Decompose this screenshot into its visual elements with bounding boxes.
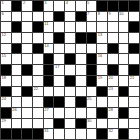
- white-cell[interactable]: [44, 33, 54, 43]
- white-cell[interactable]: 6: [1, 12, 11, 22]
- white-cell[interactable]: 20: [108, 76, 118, 86]
- white-cell[interactable]: [108, 33, 118, 43]
- white-cell[interactable]: [76, 54, 86, 64]
- black-cell: [33, 129, 43, 139]
- white-cell[interactable]: 1: [1, 1, 11, 11]
- white-cell[interactable]: [119, 54, 129, 64]
- white-cell[interactable]: [22, 119, 32, 129]
- clue-number: 14: [44, 44, 48, 48]
- clue-number: 12: [2, 33, 6, 37]
- white-cell[interactable]: [108, 119, 118, 129]
- clue-number: 30: [87, 119, 91, 123]
- clue-number: 19: [98, 76, 102, 80]
- white-cell[interactable]: [44, 87, 54, 97]
- black-cell: [129, 65, 139, 75]
- white-cell[interactable]: [119, 119, 129, 129]
- white-cell[interactable]: [33, 76, 43, 86]
- clue-number: 31: [44, 129, 48, 133]
- clue-number: 22: [34, 87, 38, 91]
- white-cell[interactable]: [12, 87, 22, 97]
- clue-number: 10: [119, 12, 123, 16]
- clue-number: 2: [23, 1, 25, 5]
- black-cell: [97, 87, 107, 97]
- white-cell[interactable]: [119, 76, 129, 86]
- black-cell: [76, 33, 86, 43]
- black-cell: [54, 33, 64, 43]
- white-cell[interactable]: 24: [1, 97, 11, 107]
- black-cell: [1, 87, 11, 97]
- white-cell[interactable]: [54, 22, 64, 32]
- crossword-grid: 1234567891011121314151617181920212223242…: [0, 0, 140, 140]
- white-cell[interactable]: [12, 97, 22, 107]
- white-cell[interactable]: 32: [108, 129, 118, 139]
- white-cell[interactable]: [97, 119, 107, 129]
- white-cell[interactable]: [119, 44, 129, 54]
- white-cell[interactable]: [54, 76, 64, 86]
- white-cell[interactable]: 23: [108, 87, 118, 97]
- clue-number: 18: [2, 76, 6, 80]
- black-cell: [54, 119, 64, 129]
- black-cell: [97, 129, 107, 139]
- white-cell[interactable]: 2: [22, 1, 32, 11]
- white-cell[interactable]: [76, 1, 86, 11]
- white-cell[interactable]: 7: [87, 12, 97, 22]
- white-cell[interactable]: [22, 108, 32, 118]
- white-cell[interactable]: [129, 33, 139, 43]
- white-cell[interactable]: [65, 129, 75, 139]
- black-cell: [44, 54, 54, 64]
- white-cell[interactable]: 10: [119, 12, 129, 22]
- white-cell[interactable]: 21: [129, 76, 139, 86]
- clue-number: 7: [87, 12, 89, 16]
- black-cell: [119, 129, 129, 139]
- white-cell[interactable]: [76, 76, 86, 86]
- white-cell[interactable]: [33, 65, 43, 75]
- white-cell[interactable]: 27: [44, 108, 54, 118]
- white-cell[interactable]: [22, 54, 32, 64]
- white-cell[interactable]: [54, 129, 64, 139]
- white-cell[interactable]: [12, 33, 22, 43]
- black-cell: [44, 97, 54, 107]
- white-cell[interactable]: [33, 12, 43, 22]
- black-cell: [87, 33, 97, 43]
- white-cell[interactable]: [129, 129, 139, 139]
- white-cell[interactable]: [12, 65, 22, 75]
- black-cell: [87, 76, 97, 86]
- clue-number: 1: [2, 1, 4, 5]
- white-cell[interactable]: [97, 22, 107, 32]
- white-cell[interactable]: [33, 97, 43, 107]
- black-cell: [119, 1, 129, 11]
- black-cell: [65, 76, 75, 86]
- black-cell: [76, 12, 86, 22]
- white-cell[interactable]: [33, 54, 43, 64]
- white-cell[interactable]: [44, 119, 54, 129]
- black-cell: [119, 108, 129, 118]
- white-cell[interactable]: [129, 54, 139, 64]
- clue-number: 4: [66, 1, 68, 5]
- black-cell: [76, 97, 86, 107]
- white-cell[interactable]: [12, 12, 22, 22]
- white-cell[interactable]: [54, 1, 64, 11]
- black-cell: [12, 1, 22, 11]
- white-cell[interactable]: [119, 33, 129, 43]
- white-cell[interactable]: [129, 12, 139, 22]
- white-cell[interactable]: [65, 22, 75, 32]
- white-cell[interactable]: 8: [97, 12, 107, 22]
- white-cell[interactable]: [22, 44, 32, 54]
- clue-number: 27: [44, 108, 48, 112]
- white-cell[interactable]: [65, 108, 75, 118]
- black-cell: [87, 54, 97, 64]
- clue-number: 11: [44, 22, 48, 26]
- white-cell[interactable]: [1, 44, 11, 54]
- white-cell[interactable]: 3: [44, 1, 54, 11]
- white-cell[interactable]: [87, 44, 97, 54]
- black-cell: [33, 44, 43, 54]
- white-cell[interactable]: 4: [65, 1, 75, 11]
- white-cell[interactable]: 14: [44, 44, 54, 54]
- white-cell[interactable]: [65, 65, 75, 75]
- clue-number: 15: [2, 54, 6, 58]
- white-cell[interactable]: 5: [87, 1, 97, 11]
- black-cell: [108, 65, 118, 75]
- white-cell[interactable]: 15: [1, 54, 11, 64]
- clue-number: 23: [108, 87, 112, 91]
- white-cell[interactable]: 30: [87, 119, 97, 129]
- black-cell: [54, 97, 64, 107]
- clue-number: 21: [130, 76, 134, 80]
- black-cell: [119, 87, 129, 97]
- clue-number: 9: [108, 12, 110, 16]
- white-cell[interactable]: [119, 65, 129, 75]
- white-cell[interactable]: [119, 22, 129, 32]
- black-cell: [33, 22, 43, 32]
- black-cell: [12, 44, 22, 54]
- white-cell[interactable]: [87, 129, 97, 139]
- clue-number: 16: [98, 54, 102, 58]
- white-cell[interactable]: [97, 65, 107, 75]
- clue-number: 28: [108, 108, 112, 112]
- white-cell[interactable]: [65, 87, 75, 97]
- white-cell[interactable]: [12, 54, 22, 64]
- black-cell: [54, 12, 64, 22]
- clue-number: 13: [98, 33, 102, 37]
- white-cell[interactable]: [76, 108, 86, 118]
- white-cell[interactable]: 22: [33, 87, 43, 97]
- black-cell: [87, 65, 97, 75]
- white-cell[interactable]: 31: [44, 129, 54, 139]
- white-cell[interactable]: [44, 12, 54, 22]
- clue-number: 26: [12, 108, 16, 112]
- clue-number: 6: [2, 12, 4, 16]
- black-cell: [97, 1, 107, 11]
- white-cell[interactable]: [1, 22, 11, 32]
- black-cell: [108, 1, 118, 11]
- white-cell[interactable]: [33, 33, 43, 43]
- black-cell: [129, 1, 139, 11]
- white-cell[interactable]: 19: [97, 76, 107, 86]
- white-cell[interactable]: 16: [97, 54, 107, 64]
- white-cell[interactable]: 26: [12, 108, 22, 118]
- black-cell: [129, 22, 139, 32]
- clue-number: 17: [55, 65, 59, 69]
- white-cell[interactable]: [54, 54, 64, 64]
- white-cell[interactable]: 25: [87, 97, 97, 107]
- white-cell[interactable]: 28: [108, 108, 118, 118]
- white-cell[interactable]: [87, 108, 97, 118]
- white-cell[interactable]: 29: [1, 119, 11, 129]
- black-cell: [12, 22, 22, 32]
- black-cell: [97, 108, 107, 118]
- black-cell: [44, 65, 54, 75]
- white-cell[interactable]: [65, 119, 75, 129]
- white-cell[interactable]: [54, 44, 64, 54]
- clue-number: 20: [108, 76, 112, 80]
- clue-number: 29: [2, 119, 6, 123]
- white-cell[interactable]: 13: [97, 33, 107, 43]
- white-cell[interactable]: [65, 97, 75, 107]
- black-cell: [22, 129, 32, 139]
- white-cell[interactable]: [54, 108, 64, 118]
- white-cell[interactable]: [119, 97, 129, 107]
- white-cell[interactable]: [65, 44, 75, 54]
- black-cell: [1, 129, 11, 139]
- white-cell[interactable]: [87, 22, 97, 32]
- white-cell[interactable]: [22, 12, 32, 22]
- black-cell: [12, 129, 22, 139]
- white-cell[interactable]: [22, 97, 32, 107]
- black-cell: [22, 87, 32, 97]
- white-cell[interactable]: [97, 44, 107, 54]
- black-cell: [129, 44, 139, 54]
- white-cell[interactable]: [129, 97, 139, 107]
- black-cell: [76, 119, 86, 129]
- white-cell[interactable]: 17: [54, 65, 64, 75]
- white-cell[interactable]: [12, 119, 22, 129]
- white-cell[interactable]: [65, 33, 75, 43]
- clue-number: 32: [108, 129, 112, 133]
- white-cell[interactable]: [33, 108, 43, 118]
- black-cell: [22, 65, 32, 75]
- white-cell[interactable]: 12: [1, 33, 11, 43]
- clue-number: 5: [87, 1, 89, 5]
- white-cell[interactable]: [108, 54, 118, 64]
- white-cell[interactable]: [22, 33, 32, 43]
- white-cell[interactable]: [12, 76, 22, 86]
- black-cell: [1, 65, 11, 75]
- black-cell: [108, 44, 118, 54]
- white-cell[interactable]: 11: [44, 22, 54, 32]
- white-cell[interactable]: [65, 12, 75, 22]
- white-cell[interactable]: [108, 97, 118, 107]
- white-cell[interactable]: 18: [1, 76, 11, 86]
- white-cell[interactable]: 9: [108, 12, 118, 22]
- white-cell[interactable]: [33, 119, 43, 129]
- white-cell[interactable]: [22, 22, 32, 32]
- white-cell[interactable]: [129, 108, 139, 118]
- clue-number: 8: [98, 12, 100, 16]
- white-cell[interactable]: [76, 129, 86, 139]
- white-cell[interactable]: [97, 97, 107, 107]
- clue-number: 24: [2, 97, 6, 101]
- white-cell[interactable]: [129, 119, 139, 129]
- white-cell[interactable]: [54, 87, 64, 97]
- white-cell[interactable]: [76, 65, 86, 75]
- clue-number: 3: [44, 1, 46, 5]
- white-cell[interactable]: [87, 87, 97, 97]
- white-cell[interactable]: [76, 87, 86, 97]
- white-cell[interactable]: [22, 76, 32, 86]
- white-cell[interactable]: [76, 44, 86, 54]
- black-cell: [65, 54, 75, 64]
- clue-number: 25: [87, 97, 91, 101]
- black-cell: [44, 76, 54, 86]
- white-cell[interactable]: [76, 22, 86, 32]
- white-cell[interactable]: [129, 87, 139, 97]
- white-cell[interactable]: [108, 22, 118, 32]
- black-cell: [1, 108, 11, 118]
- black-cell: [33, 1, 43, 11]
